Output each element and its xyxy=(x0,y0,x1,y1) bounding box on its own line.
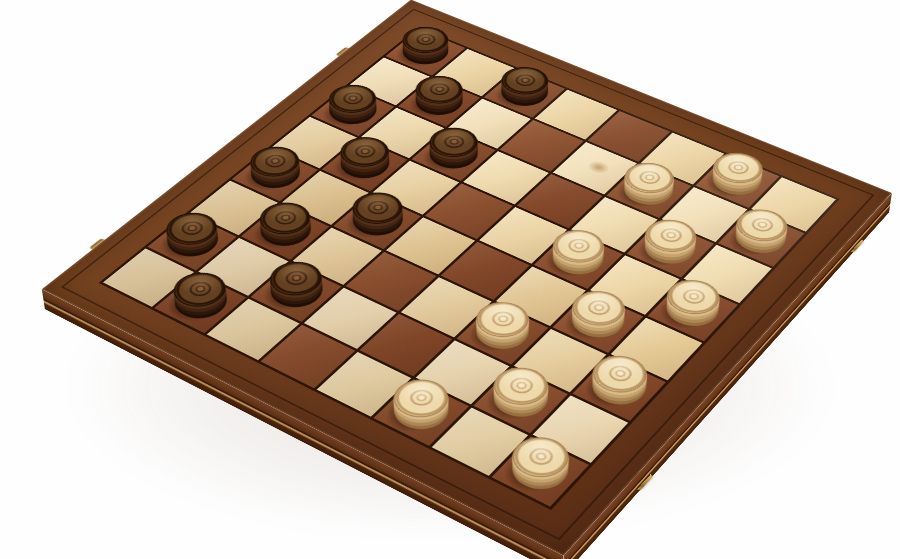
square-r7-c5[interactable] xyxy=(359,314,452,377)
square-r6-c4[interactable] xyxy=(346,252,436,311)
wood-knot xyxy=(585,159,612,176)
board-grid xyxy=(99,27,840,510)
board-frame xyxy=(42,0,892,556)
square-r5-c5[interactable] xyxy=(441,241,530,299)
square-r8-c4[interactable] xyxy=(261,325,355,388)
checkers-board xyxy=(42,0,892,556)
board-photo xyxy=(0,0,900,559)
perspective-scene xyxy=(0,0,900,559)
